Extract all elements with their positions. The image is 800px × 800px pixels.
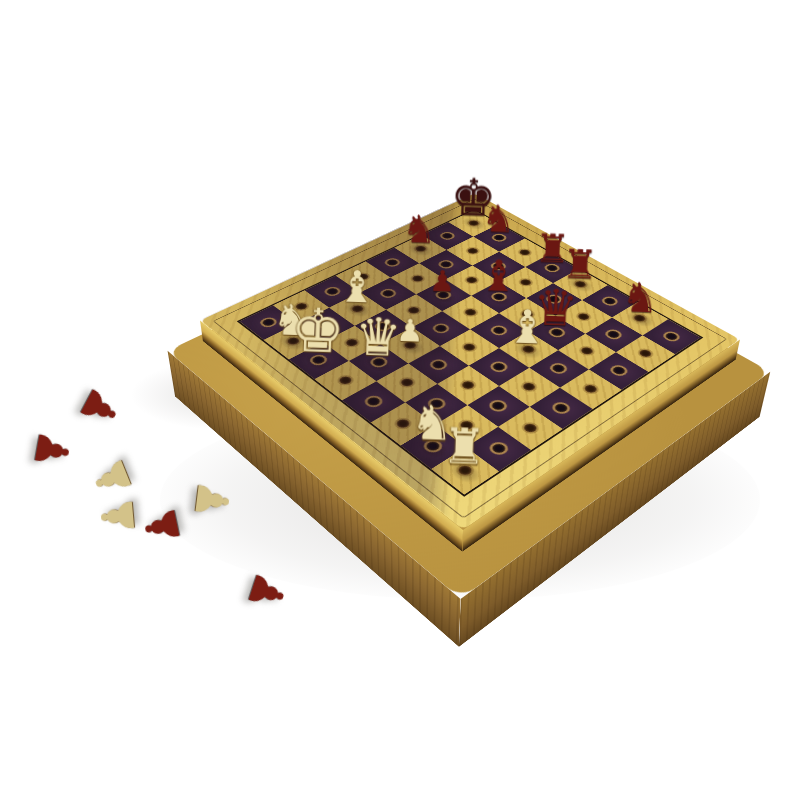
- product-photo: ♚♞♜♜♞♞♝♛♟♝♝♟♛♞♚♞♜ ♟♟♟♟♟♟♟: [0, 0, 800, 800]
- piece-white-king[interactable]: ♚: [282, 299, 355, 362]
- square-f5[interactable]: ♝: [499, 331, 558, 367]
- piece-white-bishop[interactable]: ♝: [492, 303, 563, 351]
- piece-white-rook[interactable]: ♜: [424, 421, 505, 473]
- captured-piece-black-7[interactable]: ♟: [239, 562, 296, 621]
- captured-piece-black-1[interactable]: ♟: [69, 376, 130, 439]
- captured-piece-black-6[interactable]: ♟: [135, 498, 188, 554]
- captured-piece-black-2[interactable]: ♟: [26, 423, 78, 478]
- captured-piece-white-5[interactable]: ♟: [187, 473, 237, 526]
